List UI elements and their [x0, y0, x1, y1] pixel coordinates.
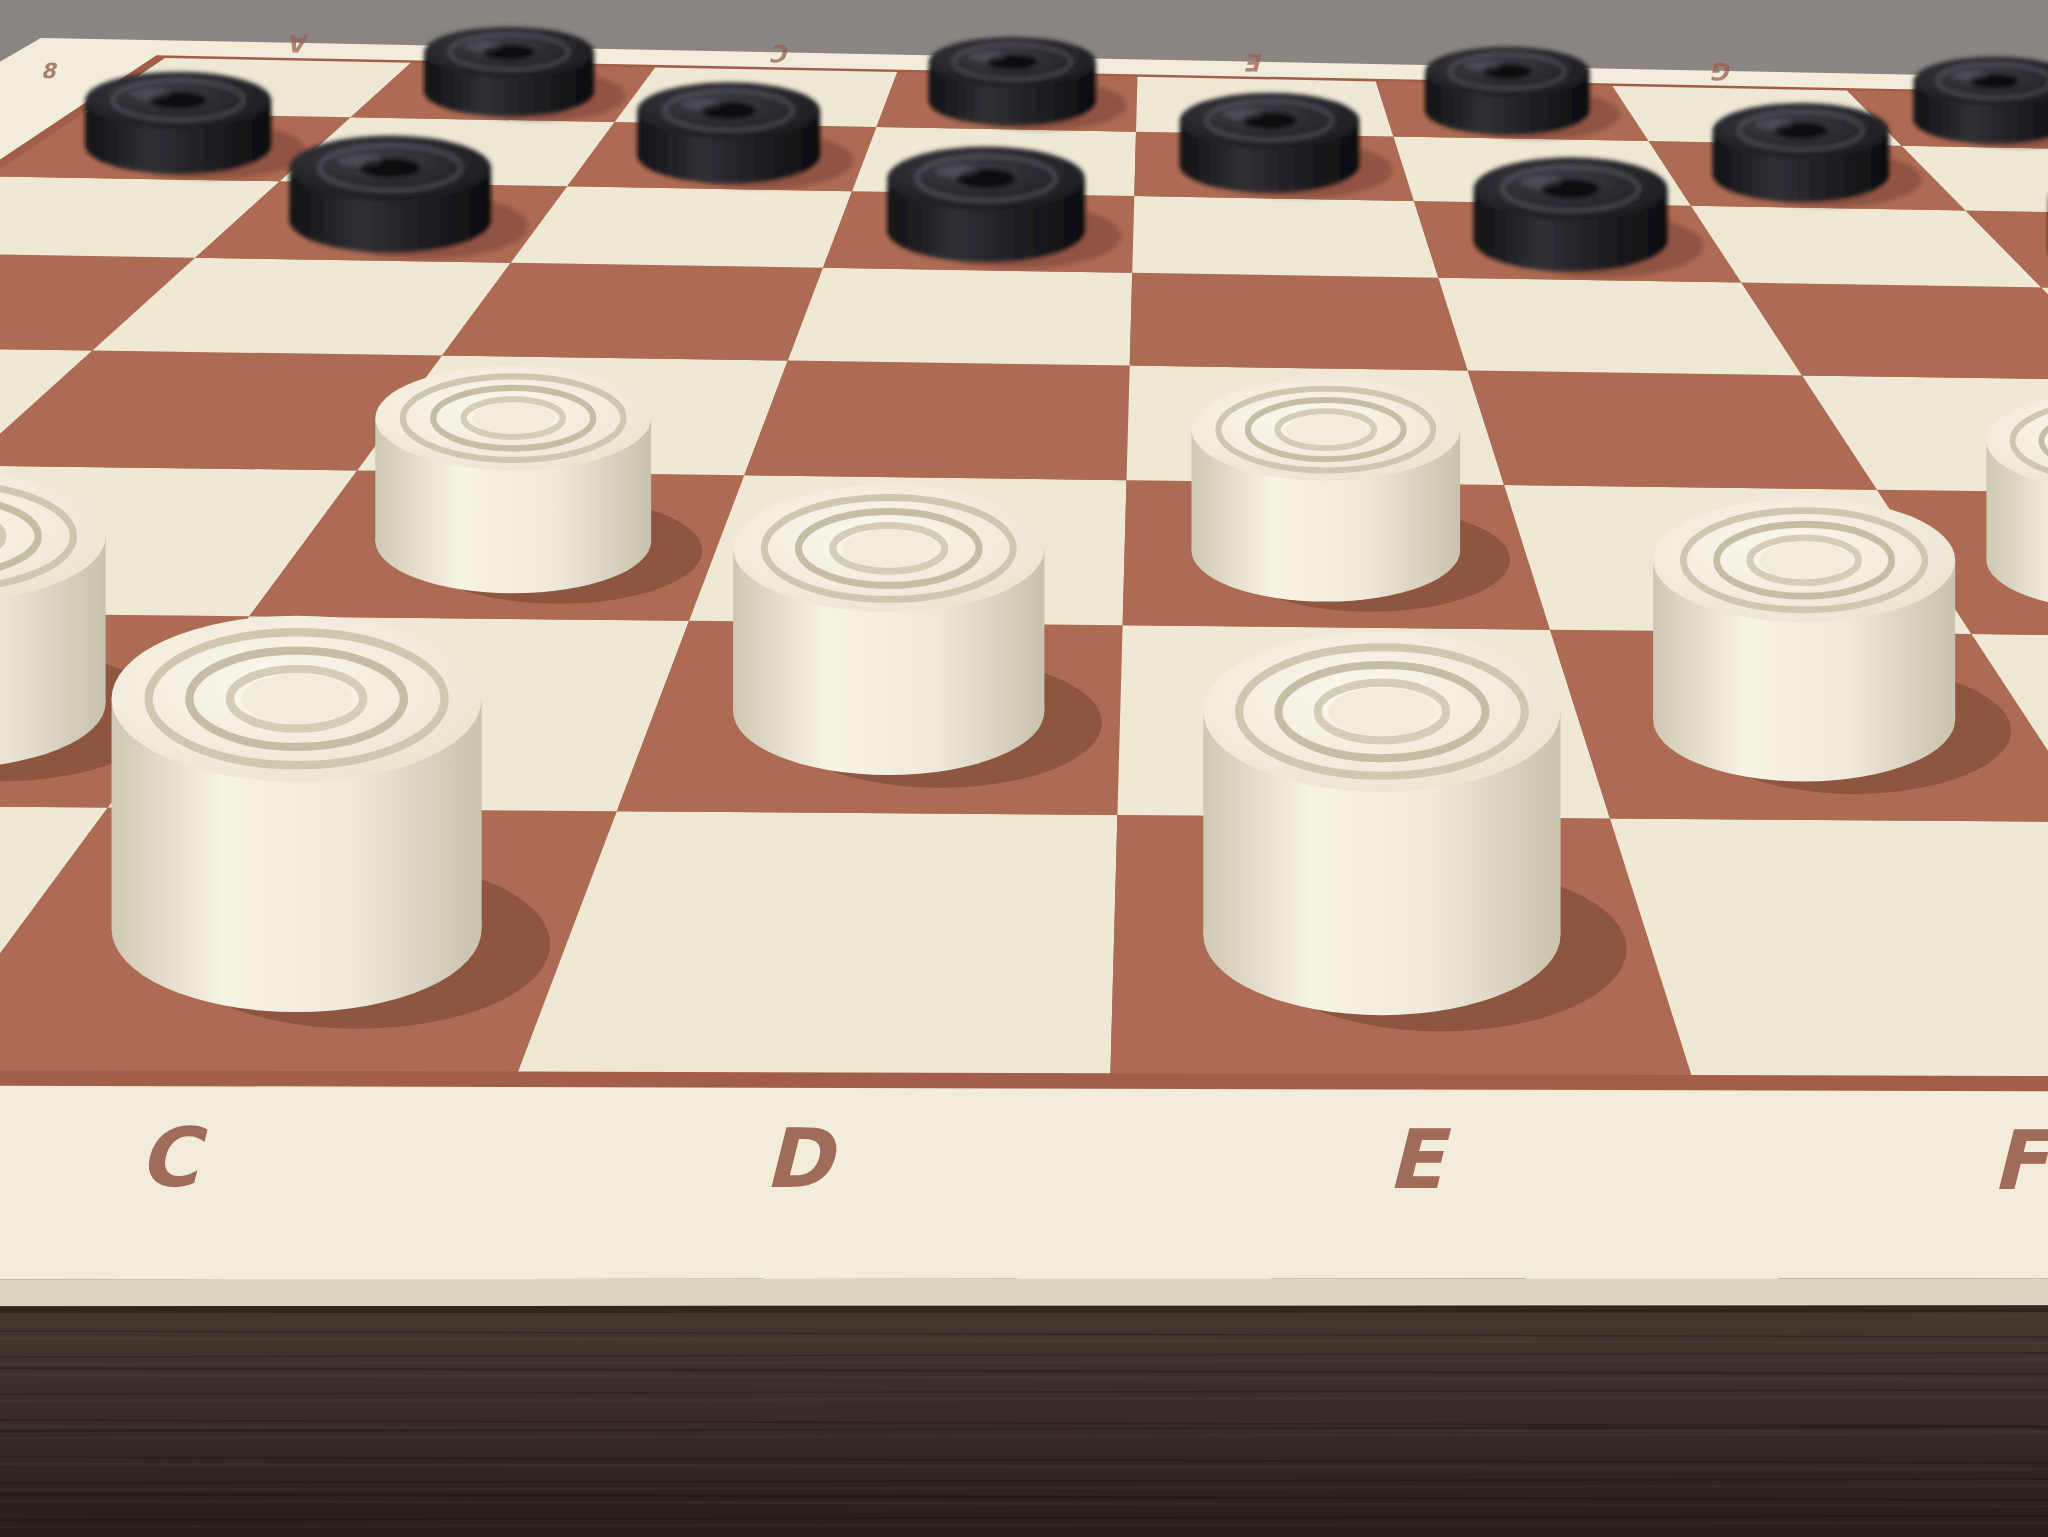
piece-black-h8[interactable] — [1913, 57, 2048, 149]
piece-glint — [1520, 176, 1563, 189]
square-d4[interactable] — [744, 361, 1129, 481]
piece-ring-center — [1328, 687, 1435, 735]
piece-ring-center — [1759, 542, 1850, 579]
piece-glint — [935, 165, 978, 178]
far-file-label-a: A — [290, 29, 309, 57]
piece-ring-center — [472, 402, 555, 433]
file-label-f: F — [1991, 1113, 2048, 1208]
piece-glint — [465, 42, 502, 52]
square-d1[interactable] — [518, 811, 1117, 1073]
piece-glint — [130, 88, 171, 99]
piece-glint — [969, 51, 1006, 61]
piece-glint — [1952, 71, 1988, 81]
board-front-edge — [0, 1278, 2048, 1307]
piece-glint — [1755, 119, 1794, 130]
far-file-label-g: G — [1710, 57, 1732, 85]
far-file-label-e: E — [1245, 48, 1264, 76]
rank-label-left-8: 8 — [41, 59, 58, 83]
piece-ring-center — [842, 529, 935, 567]
piece-glint — [1465, 61, 1501, 71]
piece-glint — [681, 99, 721, 110]
piece-glint — [338, 154, 382, 167]
square-f5[interactable] — [1438, 278, 1802, 376]
checkers-board-photo: AABBCCDDEEFFGGHH1122334455667788 — [0, 0, 2048, 1537]
square-e6[interactable] — [1132, 196, 1438, 278]
file-label-c: C — [138, 1110, 208, 1205]
piece-ring-center — [1286, 414, 1367, 445]
piece-ring-center — [241, 674, 352, 724]
photo-scene: AABBCCDDEEFFGGHH1122334455667788 — [0, 0, 2048, 1537]
piece-glint — [1223, 109, 1263, 120]
file-label-d: D — [764, 1111, 837, 1206]
square-e5[interactable] — [1130, 273, 1468, 371]
square-d5[interactable] — [788, 268, 1132, 366]
file-label-e: E — [1387, 1112, 1452, 1207]
square-c6[interactable] — [511, 186, 852, 267]
